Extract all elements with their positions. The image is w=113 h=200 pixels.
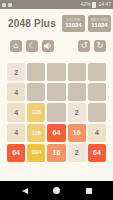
tile-4: 4 [7, 83, 25, 101]
empty-cell [27, 63, 45, 81]
tile-16: 16 [68, 124, 86, 142]
empty-cell [47, 103, 65, 121]
night-mode-button[interactable]: ☾ [26, 40, 38, 52]
android-nav-bar [0, 181, 113, 200]
moon-icon: ☾ [28, 40, 35, 52]
tile-128: 128 [27, 124, 45, 142]
clock-text: 14:47 [98, 0, 111, 9]
tile-64: 64 [88, 144, 106, 162]
tile-16: 16 [47, 144, 65, 162]
board[interactable]: 244128241286416464102416264 [7, 63, 106, 162]
home-circle-icon [53, 187, 60, 194]
toolbar: ⌂ ☾ ↺ ↻ [10, 40, 106, 52]
tile-1024: 1024 [27, 144, 45, 162]
battery-percent: 42% [80, 0, 90, 9]
empty-cell [47, 83, 65, 101]
speaker-icon [44, 42, 52, 50]
undo-icon: ↺ [81, 40, 88, 52]
tile-4: 4 [7, 103, 25, 121]
best-score-value: 11024 [91, 22, 107, 29]
empty-cell [88, 63, 106, 81]
tile-2: 2 [7, 63, 25, 81]
tile-128: 128 [27, 103, 45, 121]
back-icon [22, 188, 28, 194]
empty-cell [88, 83, 106, 101]
battery-icon [92, 2, 96, 8]
sound-button[interactable] [42, 40, 54, 52]
notification-icon [2, 3, 6, 7]
notification-icon [8, 3, 12, 7]
redo-icon: ↻ [97, 40, 104, 52]
tile-4: 4 [88, 124, 106, 142]
empty-cell [88, 103, 106, 121]
back-button[interactable] [21, 187, 29, 195]
header: 2048 Plus SCORE 11024 RECORD 11024 [8, 15, 111, 32]
tile-64: 64 [7, 144, 25, 162]
phone-screen: 42% 14:47 2048 Plus SCORE 11024 RECORD 1… [0, 0, 113, 200]
status-bar: 42% 14:47 [0, 0, 113, 9]
empty-cell [68, 63, 86, 81]
home-icon: ⌂ [13, 40, 18, 52]
home-nav-button[interactable] [53, 187, 61, 195]
score-value: 11024 [65, 22, 81, 29]
home-button[interactable]: ⌂ [10, 40, 22, 52]
tile-2: 2 [68, 144, 86, 162]
undo-button[interactable]: ↺ [78, 40, 90, 52]
empty-cell [27, 83, 45, 101]
empty-cell [68, 83, 86, 101]
best-score-box: RECORD 11024 [88, 15, 111, 32]
tile-4: 4 [7, 124, 25, 142]
score-box: SCORE 11024 [62, 15, 85, 32]
recents-icon [86, 188, 92, 194]
tile-2: 2 [68, 103, 86, 121]
restart-button[interactable]: ↻ [94, 40, 106, 52]
app-title: 2048 Plus [8, 18, 56, 29]
recents-button[interactable] [85, 187, 93, 195]
tile-64: 64 [47, 124, 65, 142]
empty-cell [47, 63, 65, 81]
